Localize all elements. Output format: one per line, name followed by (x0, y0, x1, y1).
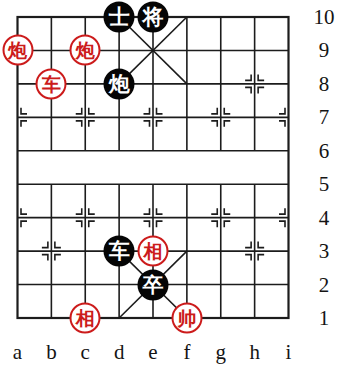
piece-red-elephant[interactable]: 相 (70, 302, 101, 333)
piece-red-chariot[interactable]: 车 (36, 68, 67, 99)
piece-red-elephant[interactable]: 相 (138, 236, 169, 267)
rank-label-5: 5 (319, 172, 330, 197)
piece-black-soldier[interactable]: 卒 (138, 269, 169, 300)
piece-red-cannon[interactable]: 炮 (70, 35, 101, 66)
piece-red-general[interactable]: 帅 (171, 302, 202, 333)
rank-label-8: 8 (319, 71, 330, 96)
rank-label-7: 7 (319, 105, 330, 130)
piece-black-general[interactable]: 将 (138, 2, 169, 33)
rank-label-10: 10 (314, 5, 335, 30)
rank-label-4: 4 (319, 205, 330, 230)
piece-red-cannon[interactable]: 炮 (2, 35, 33, 66)
file-label-g: g (216, 340, 227, 365)
file-label-c: c (81, 340, 90, 365)
file-label-b: b (46, 340, 57, 365)
file-label-d: d (114, 340, 125, 365)
rank-label-3: 3 (319, 239, 330, 264)
rank-label-1: 1 (319, 305, 330, 330)
piece-black-advisor[interactable]: 士 (104, 2, 135, 33)
file-label-e: e (148, 340, 157, 365)
piece-black-cannon[interactable]: 炮 (104, 68, 135, 99)
file-label-i: i (286, 340, 292, 365)
rank-label-2: 2 (319, 272, 330, 297)
file-label-a: a (13, 340, 22, 365)
rank-label-6: 6 (319, 138, 330, 163)
rank-label-9: 9 (319, 38, 330, 63)
piece-black-chariot[interactable]: 车 (104, 236, 135, 267)
file-label-f: f (183, 340, 190, 365)
xiangqi-diagram: 士将炮炮车炮车相卒相帅 abcdefghi 10987654321 (0, 0, 351, 369)
file-label-h: h (249, 340, 260, 365)
